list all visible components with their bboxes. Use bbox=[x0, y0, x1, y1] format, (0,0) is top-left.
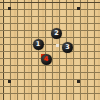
grid-line-vertical bbox=[10, 0, 11, 100]
grid-line-horizontal bbox=[0, 93, 100, 94]
grid-line-horizontal bbox=[0, 16, 100, 17]
grid-line-vertical bbox=[45, 0, 46, 100]
move-number: 4 bbox=[44, 56, 49, 63]
grid-line-vertical bbox=[52, 0, 53, 100]
hoshi-star-point bbox=[8, 80, 11, 83]
grid-line-horizontal bbox=[0, 86, 100, 87]
grid-line-horizontal bbox=[0, 79, 100, 80]
grid-line-vertical bbox=[94, 0, 95, 100]
grid-line-vertical bbox=[73, 0, 74, 100]
cursor-dot bbox=[56, 44, 59, 47]
grid-line-horizontal bbox=[0, 51, 100, 52]
grid-line-vertical bbox=[3, 0, 4, 100]
go-board[interactable]: 1234 bbox=[0, 0, 100, 100]
grid-line-vertical bbox=[38, 0, 39, 100]
grid-line-vertical bbox=[17, 0, 18, 100]
grid-line-horizontal bbox=[0, 72, 100, 73]
grid-line-horizontal bbox=[0, 9, 100, 10]
stone-black-move-2: 2 bbox=[51, 28, 62, 39]
grid-line-horizontal bbox=[0, 65, 100, 66]
hoshi-star-point bbox=[77, 7, 80, 10]
grid-line-vertical bbox=[24, 0, 25, 100]
grid-line-vertical bbox=[80, 0, 81, 100]
stone-black-move-3: 3 bbox=[62, 42, 73, 53]
grid-line-horizontal bbox=[0, 23, 100, 24]
grid-line-horizontal bbox=[0, 44, 100, 45]
grid-line-horizontal bbox=[0, 2, 100, 3]
grid-line-vertical bbox=[87, 0, 88, 100]
stone-black-move-4: 4 bbox=[41, 54, 52, 65]
stone-black-move-1: 1 bbox=[33, 39, 44, 50]
hoshi-star-point bbox=[77, 80, 80, 83]
move-number: 3 bbox=[65, 44, 70, 51]
move-number: 1 bbox=[36, 41, 41, 48]
grid-line-vertical bbox=[59, 0, 60, 100]
hoshi-star-point bbox=[8, 7, 11, 10]
grid-line-horizontal bbox=[0, 37, 100, 38]
grid-line-vertical bbox=[31, 0, 32, 100]
move-number: 2 bbox=[54, 30, 59, 37]
grid-line-horizontal bbox=[0, 30, 100, 31]
